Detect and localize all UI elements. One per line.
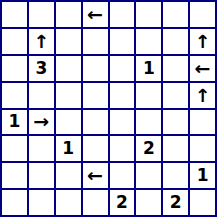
cell-r5c3[interactable] [83, 136, 108, 161]
cell-r7c4[interactable]: 2 [110, 190, 135, 215]
cell-r7c1[interactable] [29, 190, 54, 215]
puzzle-board: ←↑↑31←↑1→12←122 [0, 0, 217, 217]
cell-r2c5[interactable]: 1 [136, 56, 161, 81]
cell-r6c5[interactable] [136, 163, 161, 188]
cell-r0c0[interactable] [2, 2, 27, 27]
clue-number: 1 [62, 140, 74, 157]
cell-r1c6[interactable] [163, 29, 188, 54]
cell-r6c4[interactable] [110, 163, 135, 188]
cell-r5c1[interactable] [29, 136, 54, 161]
clue-number: 1 [9, 113, 21, 130]
cell-r5c7[interactable] [190, 136, 215, 161]
cell-r4c5[interactable] [136, 110, 161, 135]
cell-r5c6[interactable] [163, 136, 188, 161]
cell-r4c2[interactable] [56, 110, 81, 135]
clue-number: 1 [197, 167, 209, 184]
cell-r1c7[interactable]: ↑ [190, 29, 215, 54]
cell-r6c7[interactable]: 1 [190, 163, 215, 188]
cell-r3c7[interactable]: ↑ [190, 83, 215, 108]
cell-r2c1[interactable]: 3 [29, 56, 54, 81]
cell-r3c1[interactable] [29, 83, 54, 108]
cell-r3c4[interactable] [110, 83, 135, 108]
clue-number: 2 [170, 194, 182, 211]
cell-r1c0[interactable] [2, 29, 27, 54]
left-arrow-icon: ← [87, 5, 103, 23]
up-arrow-icon: ↑ [195, 86, 211, 104]
left-arrow-icon: ← [195, 59, 211, 77]
cell-r5c2[interactable]: 1 [56, 136, 81, 161]
cell-r1c4[interactable] [110, 29, 135, 54]
cell-r2c7[interactable]: ← [190, 56, 215, 81]
cell-r0c1[interactable] [29, 2, 54, 27]
cell-r0c5[interactable] [136, 2, 161, 27]
cell-r7c2[interactable] [56, 190, 81, 215]
cell-r1c1[interactable]: ↑ [29, 29, 54, 54]
left-arrow-icon: ← [87, 167, 103, 185]
cell-r4c7[interactable] [190, 110, 215, 135]
up-arrow-icon: ↑ [33, 32, 49, 50]
up-arrow-icon: ↑ [195, 32, 211, 50]
cell-r3c5[interactable] [136, 83, 161, 108]
cell-r4c4[interactable] [110, 110, 135, 135]
cell-r1c5[interactable] [136, 29, 161, 54]
cell-r1c2[interactable] [56, 29, 81, 54]
clue-number: 2 [143, 140, 155, 157]
cell-r0c2[interactable] [56, 2, 81, 27]
clue-number: 2 [116, 194, 128, 211]
cell-r2c6[interactable] [163, 56, 188, 81]
cell-r2c4[interactable] [110, 56, 135, 81]
cell-r6c6[interactable] [163, 163, 188, 188]
cell-r7c0[interactable] [2, 190, 27, 215]
cell-r6c1[interactable] [29, 163, 54, 188]
cell-r2c2[interactable] [56, 56, 81, 81]
cell-r3c2[interactable] [56, 83, 81, 108]
cell-r1c3[interactable] [83, 29, 108, 54]
cell-r4c0[interactable]: 1 [2, 110, 27, 135]
cell-r5c0[interactable] [2, 136, 27, 161]
cell-r7c3[interactable] [83, 190, 108, 215]
cell-r3c6[interactable] [163, 83, 188, 108]
cell-r0c3[interactable]: ← [83, 2, 108, 27]
cell-r4c3[interactable] [83, 110, 108, 135]
cell-r4c1[interactable]: → [29, 110, 54, 135]
cell-r5c5[interactable]: 2 [136, 136, 161, 161]
cell-r7c5[interactable] [136, 190, 161, 215]
clue-number: 1 [143, 60, 155, 77]
cell-r3c3[interactable] [83, 83, 108, 108]
cell-r0c6[interactable] [163, 2, 188, 27]
cell-r5c4[interactable] [110, 136, 135, 161]
cell-r4c6[interactable] [163, 110, 188, 135]
clue-number: 3 [35, 60, 47, 77]
cell-r6c2[interactable] [56, 163, 81, 188]
cell-r6c3[interactable]: ← [83, 163, 108, 188]
cell-r0c4[interactable] [110, 2, 135, 27]
cell-r6c0[interactable] [2, 163, 27, 188]
cell-r7c7[interactable] [190, 190, 215, 215]
cell-r2c0[interactable] [2, 56, 27, 81]
cell-r7c6[interactable]: 2 [163, 190, 188, 215]
right-arrow-icon: → [33, 113, 49, 131]
cell-r3c0[interactable] [2, 83, 27, 108]
cell-r0c7[interactable] [190, 2, 215, 27]
cell-r2c3[interactable] [83, 56, 108, 81]
